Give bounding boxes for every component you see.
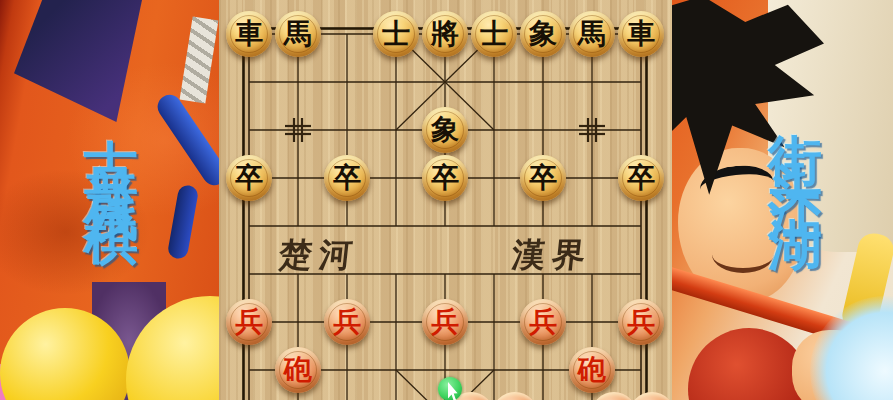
piece-red-cannon[interactable]: 砲 — [569, 347, 615, 393]
right-art-shape — [810, 296, 893, 400]
piece-red-soldier[interactable]: 兵 — [520, 299, 566, 345]
app-window: 古普残棋 楚河 漢界 車馬士將士象馬車象卒卒卒卒卒兵兵兵兵兵砲砲 街头江湖 — [0, 0, 893, 400]
goku-smile — [712, 236, 774, 273]
piece-black-advisor[interactable]: 士 — [471, 11, 517, 57]
piece-black-soldier[interactable]: 卒 — [324, 155, 370, 201]
piece-black-advisor[interactable]: 士 — [373, 11, 419, 57]
piece-black-soldier[interactable]: 卒 — [520, 155, 566, 201]
piece-red-soldier[interactable]: 兵 — [324, 299, 370, 345]
river-label-han-jie: 漢界 — [510, 233, 595, 278]
piece-black-general[interactable]: 將 — [422, 11, 468, 57]
river-label-chu-he: 楚河 — [277, 233, 362, 278]
left-art-shape — [153, 90, 219, 190]
piece-black-chariot[interactable]: 車 — [618, 11, 664, 57]
left-banner-title: 古普残棋 — [75, 96, 148, 192]
left-art-shape — [167, 184, 200, 260]
piece-black-elephant[interactable]: 象 — [422, 107, 468, 153]
right-art-panel: 街头江湖 — [672, 0, 893, 400]
piece-black-soldier[interactable]: 卒 — [422, 155, 468, 201]
xiangqi-board[interactable]: 楚河 漢界 車馬士將士象馬車象卒卒卒卒卒兵兵兵兵兵砲砲 — [219, 0, 672, 400]
piece-black-soldier[interactable]: 卒 — [618, 155, 664, 201]
piece-red-soldier[interactable]: 兵 — [618, 299, 664, 345]
left-art-panel: 古普残棋 — [0, 0, 219, 400]
piece-black-horse[interactable]: 馬 — [569, 11, 615, 57]
piece-black-horse[interactable]: 馬 — [275, 11, 321, 57]
piece-black-elephant[interactable]: 象 — [520, 11, 566, 57]
piece-black-soldier[interactable]: 卒 — [226, 155, 272, 201]
piece-red-cannon[interactable]: 砲 — [275, 347, 321, 393]
left-art-shape — [180, 16, 219, 103]
right-banner-title: 街头江湖 — [759, 90, 832, 202]
piece-black-chariot[interactable]: 車 — [226, 11, 272, 57]
piece-red-soldier[interactable]: 兵 — [226, 299, 272, 345]
piece-red-soldier[interactable]: 兵 — [422, 299, 468, 345]
